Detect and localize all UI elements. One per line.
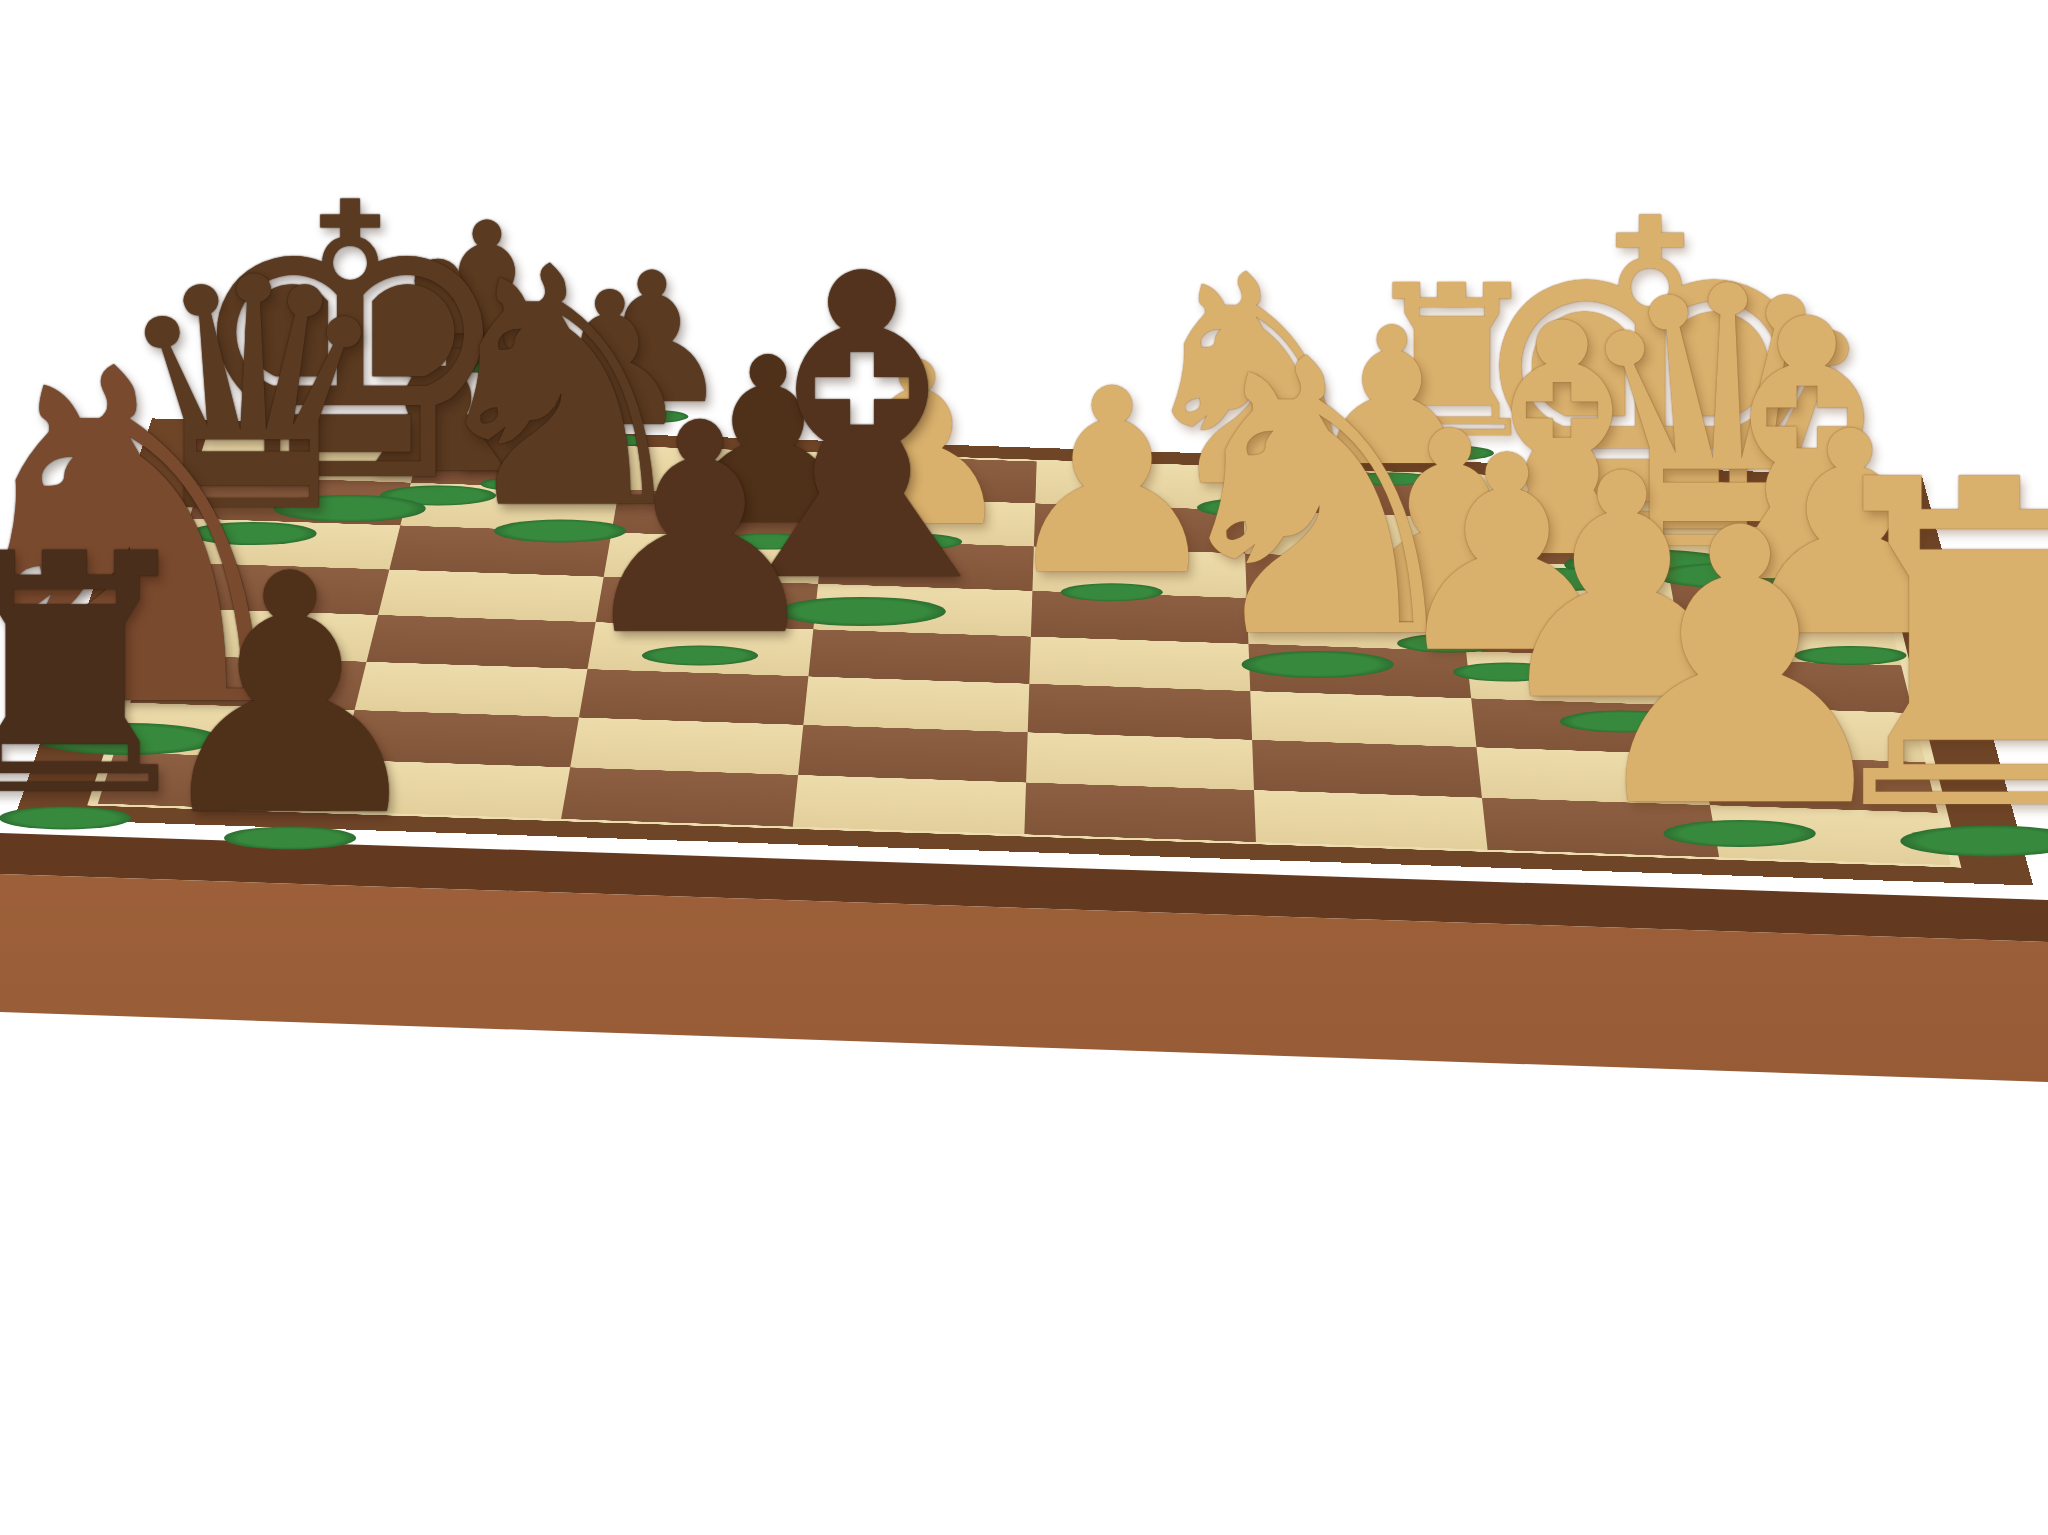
black-pawn-glyph: ♟ bbox=[570, 386, 830, 676]
piece-white-rook-h1[interactable]: ♜ bbox=[1788, 423, 2048, 873]
piece-black-pawn-h7[interactable]: ♟ bbox=[142, 532, 438, 862]
black-pawn-glyph: ♟ bbox=[142, 532, 438, 862]
pieces-layer: ♜♞♟♛♚♝♟♟♞♟♟♟♟♝♟♟♞♞♟♜♟♟♝♟♚♛♟♝♟♜ bbox=[0, 0, 2048, 1535]
chess-photo-scene: ♜♞♟♛♚♝♟♟♞♟♟♟♟♝♟♟♞♞♟♜♟♟♝♟♚♛♟♝♟♜ Wooden wa… bbox=[0, 0, 2048, 1535]
piece-black-pawn-f5[interactable]: ♟ bbox=[570, 386, 830, 676]
white-rook-glyph: ♜ bbox=[1788, 423, 2048, 873]
